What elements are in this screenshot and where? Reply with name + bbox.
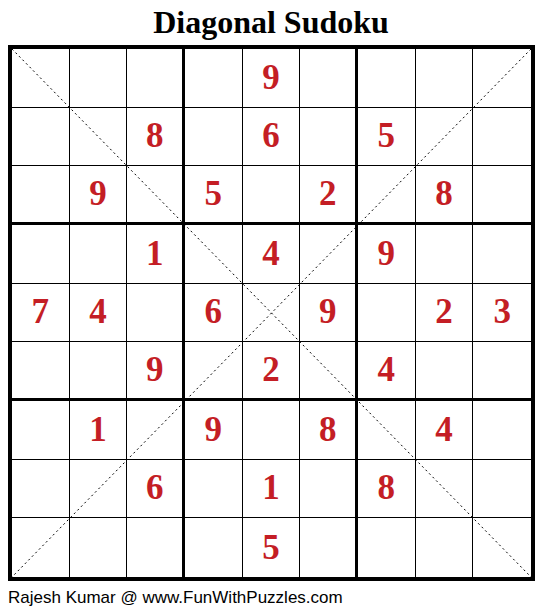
cell-r1c1[interactable] [12,49,70,108]
cell-r1c8[interactable] [416,49,474,108]
cell-r8c6[interactable] [300,460,358,519]
cell-r9c7[interactable] [358,518,416,577]
credit-text: Rajesh Kumar @ www.FunWithPuzzles.com [8,588,343,608]
cell-r3c7[interactable] [358,166,416,225]
cell-r2c5[interactable]: 6 [243,108,301,167]
cell-r2c7[interactable]: 5 [358,108,416,167]
cell-r7c4[interactable]: 9 [185,401,243,460]
cell-r8c8[interactable] [416,460,474,519]
cell-r1c5[interactable]: 9 [243,49,301,108]
cell-r2c8[interactable] [416,108,474,167]
cell-r8c1[interactable] [12,460,70,519]
cell-r6c5[interactable]: 2 [243,342,301,401]
cell-r2c4[interactable] [185,108,243,167]
cell-r2c6[interactable] [300,108,358,167]
cell-r5c4[interactable]: 6 [185,284,243,343]
cell-r5c1[interactable]: 7 [12,284,70,343]
cell-r2c1[interactable] [12,108,70,167]
cell-r7c8[interactable]: 4 [416,401,474,460]
cell-r3c4[interactable]: 5 [185,166,243,225]
cell-r1c9[interactable] [473,49,531,108]
cell-r5c7[interactable] [358,284,416,343]
cell-r6c6[interactable] [300,342,358,401]
cell-r8c7[interactable]: 8 [358,460,416,519]
sudoku-board: 9865952814974692392419846185 [8,45,535,581]
cell-r5c3[interactable] [127,284,185,343]
cell-r3c6[interactable]: 2 [300,166,358,225]
cell-r9c8[interactable] [416,518,474,577]
cell-r3c3[interactable] [127,166,185,225]
cell-r5c2[interactable]: 4 [70,284,128,343]
cell-r6c2[interactable] [70,342,128,401]
cell-r8c3[interactable]: 6 [127,460,185,519]
cell-r7c6[interactable]: 8 [300,401,358,460]
cell-r8c5[interactable]: 1 [243,460,301,519]
cell-r2c9[interactable] [473,108,531,167]
cell-r6c3[interactable]: 9 [127,342,185,401]
cell-r9c3[interactable] [127,518,185,577]
cell-r3c1[interactable] [12,166,70,225]
cell-r8c9[interactable] [473,460,531,519]
cell-r5c6[interactable]: 9 [300,284,358,343]
cell-r9c5[interactable]: 5 [243,518,301,577]
cell-r4c5[interactable]: 4 [243,225,301,284]
cell-r1c3[interactable] [127,49,185,108]
cell-r7c9[interactable] [473,401,531,460]
cell-r9c6[interactable] [300,518,358,577]
cell-r3c9[interactable] [473,166,531,225]
cell-r3c5[interactable] [243,166,301,225]
cell-r5c9[interactable]: 3 [473,284,531,343]
cell-r6c1[interactable] [12,342,70,401]
cell-r5c8[interactable]: 2 [416,284,474,343]
cell-r7c7[interactable] [358,401,416,460]
cell-r6c9[interactable] [473,342,531,401]
cell-r1c6[interactable] [300,49,358,108]
cell-r1c4[interactable] [185,49,243,108]
cell-r2c3[interactable]: 8 [127,108,185,167]
cell-r4c7[interactable]: 9 [358,225,416,284]
cell-r4c3[interactable]: 1 [127,225,185,284]
cell-r6c4[interactable] [185,342,243,401]
cell-r4c2[interactable] [70,225,128,284]
cell-r6c7[interactable]: 4 [358,342,416,401]
cell-r9c9[interactable] [473,518,531,577]
cell-r4c6[interactable] [300,225,358,284]
cell-r7c1[interactable] [12,401,70,460]
cell-r9c1[interactable] [12,518,70,577]
sudoku-cells: 9865952814974692392419846185 [12,49,531,577]
cell-r4c4[interactable] [185,225,243,284]
cell-r1c2[interactable] [70,49,128,108]
cell-r7c5[interactable] [243,401,301,460]
cell-r3c2[interactable]: 9 [70,166,128,225]
cell-r8c4[interactable] [185,460,243,519]
cell-r9c2[interactable] [70,518,128,577]
cell-r3c8[interactable]: 8 [416,166,474,225]
cell-r4c8[interactable] [416,225,474,284]
cell-r2c2[interactable] [70,108,128,167]
cell-r7c3[interactable] [127,401,185,460]
cell-r5c5[interactable] [243,284,301,343]
cell-r4c1[interactable] [12,225,70,284]
page-title: Diagonal Sudoku [0,0,542,44]
cell-r7c2[interactable]: 1 [70,401,128,460]
cell-r4c9[interactable] [473,225,531,284]
cell-r6c8[interactable] [416,342,474,401]
cell-r1c7[interactable] [358,49,416,108]
cell-r8c2[interactable] [70,460,128,519]
cell-r9c4[interactable] [185,518,243,577]
